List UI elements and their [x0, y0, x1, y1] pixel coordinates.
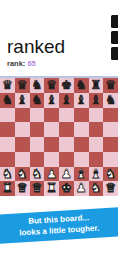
square-g6[interactable] [89, 108, 104, 123]
piece-black-r: ♜ [90, 79, 101, 92]
square-b4[interactable] [15, 137, 30, 152]
square-b5[interactable] [15, 122, 30, 137]
piece-white-n: ♞ [2, 168, 13, 181]
piece-white-k: ♚ [61, 182, 72, 195]
square-a8[interactable]: ♛ [0, 78, 15, 93]
square-d8[interactable]: ♛ [44, 78, 59, 93]
square-g7[interactable]: ♝ [89, 93, 104, 108]
square-a1[interactable]: ♜ [0, 181, 15, 196]
menu-bar [111, 15, 118, 28]
rank-label: rank: 65 [7, 59, 36, 68]
square-h7[interactable]: ♞ [103, 93, 118, 108]
square-e7[interactable]: ♝ [59, 93, 74, 108]
piece-black-b: ♝ [61, 94, 72, 107]
piece-black-q: ♛ [46, 79, 57, 92]
piece-white-n: ♞ [17, 168, 28, 181]
piece-white-r: ♜ [46, 182, 57, 195]
piece-white-p: ♟ [46, 168, 57, 181]
square-f1[interactable]: ♟ [74, 181, 89, 196]
square-c2[interactable]: ♞ [30, 167, 45, 182]
square-c3[interactable] [30, 152, 45, 167]
square-h6[interactable] [103, 108, 118, 123]
square-f5[interactable] [74, 122, 89, 137]
square-h2[interactable]: ♞ [103, 167, 118, 182]
square-d7[interactable]: ♝ [44, 93, 59, 108]
message-banner: But this board... looks a little tougher… [0, 207, 118, 244]
square-a6[interactable] [0, 108, 15, 123]
piece-black-n: ♞ [31, 79, 42, 92]
square-a3[interactable] [0, 152, 15, 167]
square-a2[interactable]: ♞ [0, 167, 15, 182]
square-d6[interactable] [44, 108, 59, 123]
piece-black-n: ♞ [2, 94, 13, 107]
piece-white-b: ♝ [76, 168, 87, 181]
piece-white-q: ♛ [31, 182, 42, 195]
piece-black-q: ♛ [17, 79, 28, 92]
app-screen: ranked rank: 65 ♛♛♞♛♚♞♜♛♞♝♞♝♝♝♝♞♞♞♞♟♟♝♝♞… [0, 0, 118, 256]
square-d1[interactable]: ♜ [44, 181, 59, 196]
square-c6[interactable] [30, 108, 45, 123]
piece-white-p: ♟ [76, 182, 87, 195]
square-a4[interactable] [0, 137, 15, 152]
square-h4[interactable] [103, 137, 118, 152]
square-h5[interactable] [103, 122, 118, 137]
menu-bar [111, 47, 118, 60]
square-f2[interactable]: ♝ [74, 167, 89, 182]
square-e2[interactable]: ♟ [59, 167, 74, 182]
square-g1[interactable]: ♞ [89, 181, 104, 196]
square-g3[interactable] [89, 152, 104, 167]
piece-white-n: ♞ [105, 168, 116, 181]
square-g8[interactable]: ♜ [89, 78, 104, 93]
piece-white-n: ♞ [31, 168, 42, 181]
piece-white-q: ♛ [105, 182, 116, 195]
square-a7[interactable]: ♞ [0, 93, 15, 108]
piece-white-q: ♛ [17, 182, 28, 195]
piece-white-b: ♝ [90, 168, 101, 181]
square-f7[interactable]: ♝ [74, 93, 89, 108]
square-b2[interactable]: ♞ [15, 167, 30, 182]
square-e3[interactable] [59, 152, 74, 167]
square-d3[interactable] [44, 152, 59, 167]
piece-black-n: ♞ [31, 94, 42, 107]
square-f6[interactable] [74, 108, 89, 123]
rank-value: 65 [27, 59, 35, 68]
piece-white-p: ♟ [61, 168, 72, 181]
square-d4[interactable] [44, 137, 59, 152]
rank-label-text: rank: [7, 59, 25, 68]
piece-black-k: ♚ [61, 79, 72, 92]
piece-black-q: ♛ [2, 79, 13, 92]
square-e5[interactable] [59, 122, 74, 137]
square-b8[interactable]: ♛ [15, 78, 30, 93]
square-c8[interactable]: ♞ [30, 78, 45, 93]
square-b3[interactable] [15, 152, 30, 167]
square-b7[interactable]: ♝ [15, 93, 30, 108]
square-d2[interactable]: ♟ [44, 167, 59, 182]
square-h3[interactable] [103, 152, 118, 167]
square-e1[interactable]: ♚ [59, 181, 74, 196]
square-c5[interactable] [30, 122, 45, 137]
page-title: ranked [7, 36, 65, 58]
chess-board: ♛♛♞♛♚♞♜♛♞♝♞♝♝♝♝♞♞♞♞♟♟♝♝♞♜♛♛♜♚♟♞♛ [0, 78, 118, 196]
piece-black-n: ♞ [105, 94, 116, 107]
square-b6[interactable] [15, 108, 30, 123]
piece-black-b: ♝ [46, 94, 57, 107]
square-g4[interactable] [89, 137, 104, 152]
menu-bars-icon[interactable] [111, 15, 118, 60]
piece-black-b: ♝ [76, 94, 87, 107]
square-a5[interactable] [0, 122, 15, 137]
piece-black-q: ♛ [105, 79, 116, 92]
square-c1[interactable]: ♛ [30, 181, 45, 196]
square-c7[interactable]: ♞ [30, 93, 45, 108]
square-e8[interactable]: ♚ [59, 78, 74, 93]
square-f4[interactable] [74, 137, 89, 152]
square-e6[interactable] [59, 108, 74, 123]
piece-white-r: ♜ [2, 182, 13, 195]
square-g2[interactable]: ♝ [89, 167, 104, 182]
piece-black-b: ♝ [90, 94, 101, 107]
square-e4[interactable] [59, 137, 74, 152]
menu-bar [111, 31, 118, 44]
square-h8[interactable]: ♛ [103, 78, 118, 93]
square-f8[interactable]: ♞ [74, 78, 89, 93]
piece-white-n: ♞ [90, 182, 101, 195]
square-d5[interactable] [44, 122, 59, 137]
square-h1[interactable]: ♛ [103, 181, 118, 196]
piece-black-b: ♝ [17, 94, 28, 107]
square-g5[interactable] [89, 122, 104, 137]
square-f3[interactable] [74, 152, 89, 167]
square-b1[interactable]: ♛ [15, 181, 30, 196]
square-c4[interactable] [30, 137, 45, 152]
piece-black-n: ♞ [76, 79, 87, 92]
